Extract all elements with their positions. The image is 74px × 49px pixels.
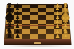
board-square [62,34,70,39]
board-square [6,34,14,39]
chess-board [4,4,71,39]
board-square [30,34,38,39]
board-square [54,34,62,39]
board-grid [6,5,70,39]
board-square [22,34,30,39]
board-square [46,34,54,39]
board-fold-seam [4,25,71,26]
board-square [38,34,46,39]
board-square [14,34,22,39]
ground-shadow [2,45,72,47]
chess-set-photo: ♜♟♟♜♞♟♟♞♝♟♟♝♛♟♟♛♚♟♟♚♝♟♟♝♞♟♟♞♜♟♟♜ [0,0,74,49]
brass-clasp [34,42,41,44]
